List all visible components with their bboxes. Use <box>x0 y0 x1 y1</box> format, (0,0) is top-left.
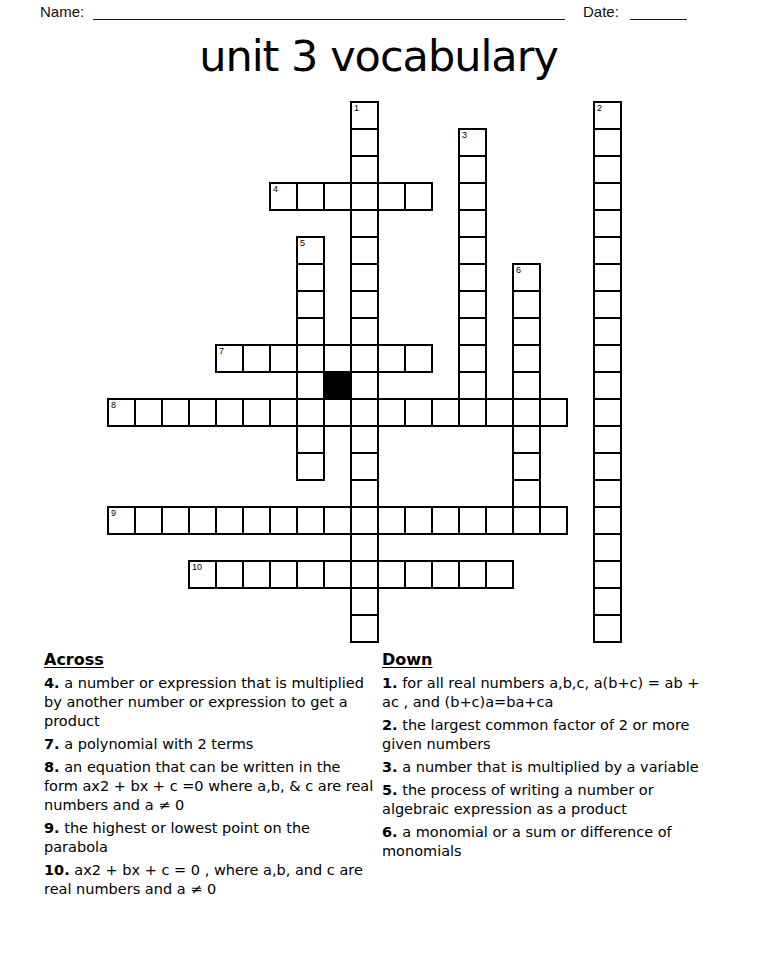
clue-text: the process of writing a number or algeb… <box>382 782 654 817</box>
clue-number: 5. <box>382 782 398 798</box>
crossword-cell[interactable] <box>458 209 487 238</box>
crossword-cell[interactable] <box>296 506 325 535</box>
crossword-cell[interactable]: 10 <box>188 560 217 589</box>
crossword-cell[interactable] <box>296 398 325 427</box>
clue-across-7: 7. a polynomial with 2 terms <box>44 735 378 754</box>
crossword-cell[interactable]: 1 <box>350 101 379 130</box>
clue-text: ax2 + bx + c = 0 , where a,b, and c are … <box>44 862 363 897</box>
clue-text: an equation that can be written in the f… <box>44 759 373 813</box>
clue-number: 2. <box>382 717 398 733</box>
crossword-cell[interactable] <box>593 344 622 373</box>
crossword-cell[interactable] <box>323 560 352 589</box>
crossword-cell[interactable] <box>404 398 433 427</box>
crossword-cell[interactable] <box>242 560 271 589</box>
crossword-cell[interactable] <box>458 506 487 535</box>
crossword-cell[interactable] <box>512 452 541 481</box>
crossword-cell[interactable] <box>296 560 325 589</box>
crossword-cell[interactable] <box>215 398 244 427</box>
clue-number: 4. <box>44 675 60 691</box>
crossword-cell[interactable] <box>458 371 487 400</box>
clue-across-10: 10. ax2 + bx + c = 0 , where a,b, and c … <box>44 861 378 899</box>
cell-number: 1 <box>354 103 359 113</box>
crossword-cell[interactable] <box>350 614 379 643</box>
crossword-cell[interactable] <box>269 398 298 427</box>
crossword-cell[interactable] <box>350 371 379 400</box>
crossword-cell[interactable]: 2 <box>593 101 622 130</box>
blocked-cell <box>323 371 352 400</box>
crossword-cell[interactable] <box>242 344 271 373</box>
crossword-cell[interactable] <box>350 344 379 373</box>
clue-number: 8. <box>44 759 60 775</box>
clue-number: 7. <box>44 736 60 752</box>
across-clues: Across 4. a number or expression that is… <box>44 650 378 903</box>
crossword-cell[interactable] <box>323 398 352 427</box>
crossword-cell[interactable] <box>485 506 514 535</box>
crossword-cell[interactable] <box>350 452 379 481</box>
crossword-cell[interactable] <box>350 263 379 292</box>
crossword-cell[interactable] <box>458 344 487 373</box>
clue-number: 6. <box>382 824 398 840</box>
name-label: Name: <box>40 3 84 20</box>
crossword-cell[interactable] <box>350 182 379 211</box>
crossword-cell[interactable] <box>188 398 217 427</box>
date-blank-line <box>630 2 687 20</box>
crossword-cell[interactable]: 9 <box>107 506 136 535</box>
crossword-cell[interactable]: 5 <box>296 236 325 265</box>
crossword-cell[interactable] <box>593 317 622 346</box>
cell-number: 10 <box>192 562 202 572</box>
crossword-cell[interactable] <box>350 479 379 508</box>
crossword-cell[interactable] <box>539 506 568 535</box>
crossword-cell[interactable]: 6 <box>512 263 541 292</box>
crossword-cell[interactable] <box>404 344 433 373</box>
crossword-cell[interactable] <box>350 506 379 535</box>
clue-text: the highest or lowest point on the parab… <box>44 820 310 855</box>
crossword-cell[interactable] <box>296 317 325 346</box>
crossword-cell[interactable] <box>377 560 406 589</box>
down-heading: Down <box>382 650 716 669</box>
crossword-cell[interactable] <box>539 398 568 427</box>
crossword-cell[interactable] <box>431 560 460 589</box>
cell-number: 4 <box>273 184 278 194</box>
crossword-cell[interactable] <box>242 398 271 427</box>
name-blank-line <box>93 2 565 20</box>
cell-number: 2 <box>597 103 602 113</box>
crossword-cell[interactable] <box>593 587 622 616</box>
across-heading: Across <box>44 650 378 669</box>
crossword-cell[interactable] <box>593 533 622 562</box>
clue-across-9: 9. the highest or lowest point on the pa… <box>44 819 378 857</box>
crossword-cell[interactable] <box>323 344 352 373</box>
clue-text: the largest common factor of 2 or more g… <box>382 717 690 752</box>
crossword-cell[interactable] <box>458 560 487 589</box>
crossword-cell[interactable] <box>512 317 541 346</box>
clue-down-6: 6. a monomial or a sum or difference of … <box>382 823 716 861</box>
crossword-cell[interactable] <box>350 560 379 589</box>
cell-number: 9 <box>111 508 116 518</box>
clue-number: 9. <box>44 820 60 836</box>
crossword-cell[interactable] <box>593 128 622 157</box>
crossword-cell[interactable] <box>458 236 487 265</box>
crossword-cell[interactable] <box>404 182 433 211</box>
crossword-cell[interactable] <box>350 317 379 346</box>
crossword-cell[interactable] <box>593 290 622 319</box>
crossword-cell[interactable] <box>350 398 379 427</box>
crossword-cell[interactable] <box>593 398 622 427</box>
crossword-cell[interactable] <box>512 371 541 400</box>
crossword-cell[interactable]: 7 <box>215 344 244 373</box>
crossword-cell[interactable] <box>458 155 487 184</box>
crossword-cell[interactable] <box>134 398 163 427</box>
clue-across-8: 8. an equation that can be written in th… <box>44 758 378 815</box>
crossword-cell[interactable] <box>161 398 190 427</box>
crossword-cell[interactable] <box>512 425 541 454</box>
clue-down-5: 5. the process of writing a number or al… <box>382 781 716 819</box>
crossword-cell[interactable] <box>431 398 460 427</box>
crossword-cell[interactable] <box>593 209 622 238</box>
clue-text: a monomial or a sum or difference of mon… <box>382 824 672 859</box>
crossword-cell[interactable] <box>350 425 379 454</box>
crossword-cell[interactable] <box>350 155 379 184</box>
crossword-cell[interactable] <box>458 182 487 211</box>
crossword-cell[interactable] <box>296 290 325 319</box>
crossword-board: 12345678910 <box>107 101 622 643</box>
crossword-cell[interactable] <box>593 479 622 508</box>
clue-text: for all real numbers a,b,c, a(b+c) = ab … <box>382 675 699 710</box>
crossword-cell[interactable] <box>269 344 298 373</box>
clue-number: 3. <box>382 759 398 775</box>
crossword-cell[interactable] <box>593 155 622 184</box>
crossword-cell[interactable] <box>350 236 379 265</box>
crossword-cell[interactable] <box>512 479 541 508</box>
cell-number: 7 <box>219 346 224 356</box>
clue-down-1: 1. for all real numbers a,b,c, a(b+c) = … <box>382 674 716 712</box>
crossword-cell[interactable] <box>593 560 622 589</box>
crossword-cell[interactable] <box>512 506 541 535</box>
crossword-cell[interactable] <box>350 533 379 562</box>
crossword-cell[interactable] <box>323 182 352 211</box>
crossword-cell[interactable] <box>377 182 406 211</box>
crossword-cell[interactable] <box>593 614 622 643</box>
crossword-cell[interactable] <box>296 263 325 292</box>
crossword-cell[interactable] <box>404 506 433 535</box>
crossword-cell[interactable] <box>593 182 622 211</box>
crossword-cell[interactable] <box>377 398 406 427</box>
crossword-cell[interactable] <box>242 506 271 535</box>
cell-number: 5 <box>300 238 305 248</box>
crossword-cell[interactable] <box>593 236 622 265</box>
crossword-cell[interactable] <box>512 344 541 373</box>
clue-text: a number that is multiplied by a variabl… <box>402 759 698 775</box>
clue-number: 1. <box>382 675 398 691</box>
date-label: Date: <box>583 3 619 20</box>
crossword-cell[interactable] <box>350 128 379 157</box>
crossword-cell[interactable] <box>296 182 325 211</box>
crossword-cell[interactable] <box>485 560 514 589</box>
crossword-cell[interactable] <box>134 506 163 535</box>
crossword-cell[interactable] <box>296 425 325 454</box>
crossword-cell[interactable]: 3 <box>458 128 487 157</box>
crossword-cell[interactable] <box>593 263 622 292</box>
crossword-cell[interactable] <box>323 506 352 535</box>
clue-down-2: 2. the largest common factor of 2 or mor… <box>382 716 716 754</box>
crossword-cell[interactable] <box>512 290 541 319</box>
crossword-cell[interactable] <box>458 290 487 319</box>
crossword-cell[interactable]: 4 <box>269 182 298 211</box>
clue-text: a number or expression that is multiplie… <box>44 675 364 729</box>
crossword-cell[interactable] <box>296 452 325 481</box>
clue-down-3: 3. a number that is multiplied by a vari… <box>382 758 716 777</box>
cell-number: 3 <box>462 130 467 140</box>
crossword-cell[interactable] <box>512 398 541 427</box>
crossword-cell[interactable]: 8 <box>107 398 136 427</box>
crossword-cell[interactable] <box>350 209 379 238</box>
clue-number: 10. <box>44 862 70 878</box>
crossword-cell[interactable] <box>350 587 379 616</box>
crossword-cell[interactable] <box>296 371 325 400</box>
crossword-cell[interactable] <box>404 560 433 589</box>
crossword-cell[interactable] <box>431 506 460 535</box>
crossword-cell[interactable] <box>296 344 325 373</box>
crossword-cell[interactable] <box>269 560 298 589</box>
crossword-cell[interactable] <box>377 506 406 535</box>
crossword-cell[interactable] <box>485 398 514 427</box>
crossword-cell[interactable] <box>215 560 244 589</box>
cell-number: 8 <box>111 400 116 410</box>
crossword-cell[interactable] <box>377 344 406 373</box>
down-clues: Down 1. for all real numbers a,b,c, a(b+… <box>382 650 716 865</box>
crossword-cell[interactable] <box>350 290 379 319</box>
crossword-cell[interactable] <box>458 317 487 346</box>
crossword-cell[interactable] <box>458 398 487 427</box>
crossword-cell[interactable] <box>593 506 622 535</box>
crossword-cell[interactable] <box>593 371 622 400</box>
crossword-cell[interactable] <box>215 506 244 535</box>
crossword-cell[interactable] <box>593 452 622 481</box>
clue-across-4: 4. a number or expression that is multip… <box>44 674 378 731</box>
worksheet-page: Name: Date: unit 3 vocabulary 1234567891… <box>0 0 757 980</box>
crossword-cell[interactable] <box>269 506 298 535</box>
crossword-cell[interactable] <box>593 425 622 454</box>
cell-number: 6 <box>516 265 521 275</box>
crossword-cell[interactable] <box>161 506 190 535</box>
crossword-cell[interactable] <box>188 506 217 535</box>
crossword-cell[interactable] <box>458 263 487 292</box>
page-title: unit 3 vocabulary <box>0 31 757 81</box>
clue-text: a polynomial with 2 terms <box>64 736 253 752</box>
